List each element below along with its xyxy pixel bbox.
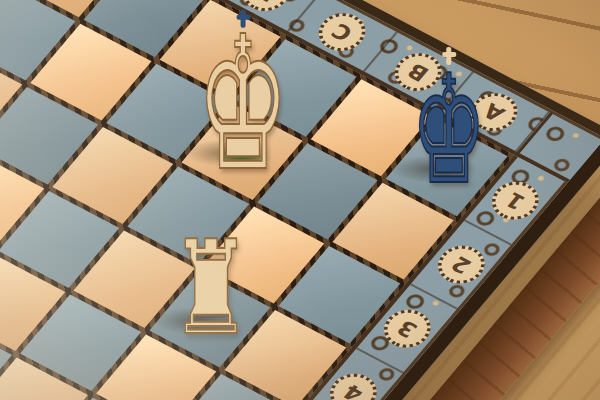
- king-cross-topper: [241, 10, 246, 28]
- black-king: ♚: [382, 55, 516, 205]
- white-rook: ♜: [153, 223, 270, 353]
- king-cross-topper: [447, 47, 452, 65]
- white-rook-glyph: ♜: [170, 223, 252, 353]
- white-king-glyph: ♚: [197, 12, 290, 197]
- chessboard-photo: DCBA 1234 ♚♜♚: [0, 0, 600, 400]
- black-king-glyph: ♚: [411, 55, 486, 205]
- white-king: ♚: [160, 12, 326, 197]
- pieces-layer: ♚♜♚: [0, 0, 600, 400]
